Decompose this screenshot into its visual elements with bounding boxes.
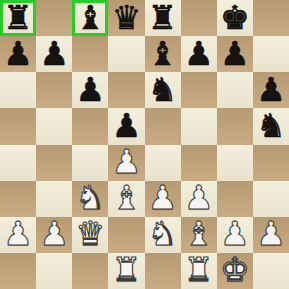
square-h4[interactable]: [253, 145, 289, 181]
square-a2[interactable]: ♟: [0, 217, 36, 253]
square-b1[interactable]: [36, 253, 72, 289]
square-f1[interactable]: ♜: [181, 253, 217, 289]
square-d7[interactable]: [108, 36, 144, 72]
square-b3[interactable]: [36, 181, 72, 217]
square-f5[interactable]: [181, 108, 217, 144]
square-f2[interactable]: ♝: [181, 217, 217, 253]
square-h7[interactable]: [253, 36, 289, 72]
piece-white-rook: ♜: [112, 253, 142, 286]
piece-white-bishop: ♝: [112, 181, 142, 214]
square-a8[interactable]: ♜: [0, 0, 36, 36]
square-c3[interactable]: ♞: [72, 181, 108, 217]
square-g8[interactable]: ♚: [217, 0, 253, 36]
square-b5[interactable]: [36, 108, 72, 144]
square-g5[interactable]: [217, 108, 253, 144]
square-h2[interactable]: ♟: [253, 217, 289, 253]
piece-white-king: ♚: [220, 253, 250, 286]
piece-white-pawn: ♟: [148, 181, 178, 214]
square-g7[interactable]: ♟: [217, 36, 253, 72]
piece-black-rook: ♜: [3, 1, 33, 34]
piece-black-king: ♚: [220, 1, 250, 34]
square-a7[interactable]: ♟: [0, 36, 36, 72]
chess-board: ♜♝♛♜♚♟♟♝♟♟♟♞♟♟♞♟♞♝♟♟♟♟♛♞♝♟♟♜♜♚: [0, 0, 289, 289]
square-c8[interactable]: ♝: [72, 0, 108, 36]
square-d6[interactable]: [108, 72, 144, 108]
square-d3[interactable]: ♝: [108, 181, 144, 217]
square-d4[interactable]: ♟: [108, 145, 144, 181]
piece-black-queen: ♛: [112, 1, 142, 34]
square-f3[interactable]: ♟: [181, 181, 217, 217]
square-e4[interactable]: [145, 145, 181, 181]
piece-black-pawn: ♟: [184, 37, 214, 70]
piece-black-knight: ♞: [256, 109, 286, 142]
square-d8[interactable]: ♛: [108, 0, 144, 36]
piece-black-pawn: ♟: [256, 73, 286, 106]
square-h1[interactable]: [253, 253, 289, 289]
piece-white-bishop: ♝: [184, 217, 214, 250]
square-a3[interactable]: [0, 181, 36, 217]
square-a4[interactable]: [0, 145, 36, 181]
piece-white-rook: ♜: [184, 253, 214, 286]
square-f6[interactable]: [181, 72, 217, 108]
square-c6[interactable]: ♟: [72, 72, 108, 108]
square-f8[interactable]: [181, 0, 217, 36]
square-b4[interactable]: [36, 145, 72, 181]
piece-black-pawn: ♟: [220, 37, 250, 70]
square-a6[interactable]: [0, 72, 36, 108]
square-b7[interactable]: ♟: [36, 36, 72, 72]
piece-black-pawn: ♟: [112, 109, 142, 142]
square-g2[interactable]: ♟: [217, 217, 253, 253]
piece-black-pawn: ♟: [3, 37, 33, 70]
piece-white-pawn: ♟: [220, 217, 250, 250]
square-e8[interactable]: ♜: [145, 0, 181, 36]
square-e6[interactable]: ♞: [145, 72, 181, 108]
square-c1[interactable]: [72, 253, 108, 289]
piece-white-pawn: ♟: [3, 217, 33, 250]
square-e5[interactable]: [145, 108, 181, 144]
piece-white-pawn: ♟: [256, 217, 286, 250]
square-h3[interactable]: [253, 181, 289, 217]
square-g6[interactable]: [217, 72, 253, 108]
square-a5[interactable]: [0, 108, 36, 144]
square-e3[interactable]: ♟: [145, 181, 181, 217]
piece-white-pawn: ♟: [39, 217, 69, 250]
square-h5[interactable]: ♞: [253, 108, 289, 144]
square-d1[interactable]: ♜: [108, 253, 144, 289]
square-b6[interactable]: [36, 72, 72, 108]
square-c4[interactable]: [72, 145, 108, 181]
piece-white-pawn: ♟: [184, 181, 214, 214]
piece-black-pawn: ♟: [39, 37, 69, 70]
square-f7[interactable]: ♟: [181, 36, 217, 72]
piece-white-pawn: ♟: [112, 145, 142, 178]
square-c7[interactable]: [72, 36, 108, 72]
piece-white-knight: ♞: [76, 181, 106, 214]
square-g3[interactable]: [217, 181, 253, 217]
square-g1[interactable]: ♚: [217, 253, 253, 289]
piece-white-knight: ♞: [148, 217, 178, 250]
square-c2[interactable]: ♛: [72, 217, 108, 253]
piece-black-knight: ♞: [148, 73, 178, 106]
square-b8[interactable]: [36, 0, 72, 36]
square-e7[interactable]: ♝: [145, 36, 181, 72]
square-d2[interactable]: [108, 217, 144, 253]
square-a1[interactable]: [0, 253, 36, 289]
piece-white-queen: ♛: [76, 217, 106, 250]
square-b2[interactable]: ♟: [36, 217, 72, 253]
square-f4[interactable]: [181, 145, 217, 181]
piece-black-bishop: ♝: [76, 1, 106, 34]
square-h6[interactable]: ♟: [253, 72, 289, 108]
piece-black-bishop: ♝: [148, 37, 178, 70]
square-c5[interactable]: [72, 108, 108, 144]
piece-black-pawn: ♟: [76, 73, 106, 106]
square-e2[interactable]: ♞: [145, 217, 181, 253]
square-g4[interactable]: [217, 145, 253, 181]
square-d5[interactable]: ♟: [108, 108, 144, 144]
square-e1[interactable]: [145, 253, 181, 289]
square-h8[interactable]: [253, 0, 289, 36]
piece-black-rook: ♜: [148, 1, 178, 34]
